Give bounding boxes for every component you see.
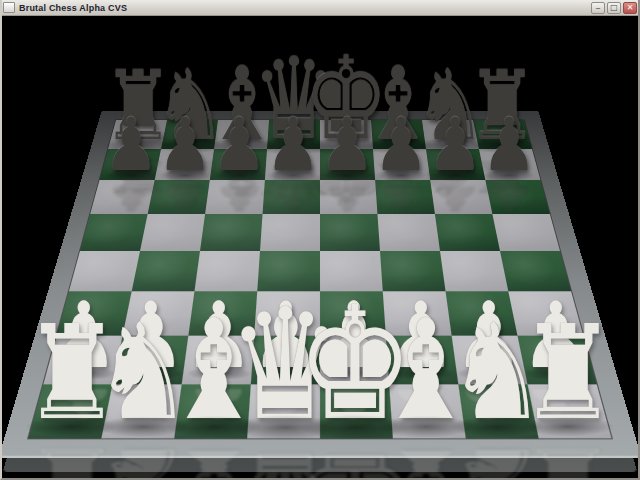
square-h7[interactable] bbox=[479, 149, 541, 180]
square-h5[interactable] bbox=[492, 214, 560, 251]
square-a6[interactable] bbox=[90, 180, 154, 214]
square-b6[interactable] bbox=[148, 180, 210, 214]
square-c2[interactable] bbox=[182, 336, 255, 385]
square-g7[interactable] bbox=[426, 149, 485, 180]
square-f7[interactable] bbox=[373, 149, 430, 180]
square-e2[interactable] bbox=[320, 336, 389, 385]
square-a2[interactable] bbox=[43, 336, 122, 385]
square-d5[interactable] bbox=[260, 214, 320, 251]
square-d6[interactable] bbox=[263, 180, 320, 214]
square-g4[interactable] bbox=[440, 251, 508, 291]
square-d3[interactable] bbox=[254, 291, 320, 335]
square-f4[interactable] bbox=[380, 251, 446, 291]
square-c3[interactable] bbox=[188, 291, 257, 335]
square-a7[interactable] bbox=[99, 149, 161, 180]
square-d1[interactable] bbox=[247, 384, 320, 438]
square-c8[interactable] bbox=[214, 120, 269, 149]
titlebar[interactable]: Brutal Chess Alpha CVS _ □ ✕ bbox=[0, 0, 640, 16]
square-b3[interactable] bbox=[123, 291, 195, 335]
window: { "window": { "title": "Brutal Chess Alp… bbox=[0, 0, 640, 480]
window-controls: _ □ ✕ bbox=[591, 2, 637, 14]
square-h1[interactable] bbox=[528, 384, 612, 438]
square-f3[interactable] bbox=[383, 291, 452, 335]
square-c5[interactable] bbox=[200, 214, 263, 251]
square-f2[interactable] bbox=[386, 336, 459, 385]
square-e5[interactable] bbox=[320, 214, 380, 251]
square-g1[interactable] bbox=[458, 384, 538, 438]
square-e8[interactable] bbox=[320, 120, 373, 149]
board-scene bbox=[60, 0, 580, 480]
square-e1[interactable] bbox=[320, 384, 393, 438]
square-h4[interactable] bbox=[500, 251, 571, 291]
square-h6[interactable] bbox=[485, 180, 549, 214]
square-c1[interactable] bbox=[174, 384, 251, 438]
square-e4[interactable] bbox=[320, 251, 383, 291]
square-a3[interactable] bbox=[57, 291, 132, 335]
square-d4[interactable] bbox=[257, 251, 320, 291]
square-c7[interactable] bbox=[210, 149, 267, 180]
board-rim bbox=[0, 111, 640, 458]
square-a1[interactable] bbox=[28, 384, 112, 438]
square-c6[interactable] bbox=[205, 180, 265, 214]
square-d8[interactable] bbox=[267, 120, 320, 149]
square-b5[interactable] bbox=[140, 214, 205, 251]
square-a5[interactable] bbox=[80, 214, 148, 251]
square-g5[interactable] bbox=[435, 214, 500, 251]
square-a4[interactable] bbox=[69, 251, 140, 291]
square-e6[interactable] bbox=[320, 180, 377, 214]
close-button[interactable]: ✕ bbox=[623, 2, 637, 14]
square-g6[interactable] bbox=[430, 180, 492, 214]
window-icon[interactable] bbox=[3, 2, 15, 13]
square-f1[interactable] bbox=[389, 384, 466, 438]
square-h8[interactable] bbox=[473, 120, 532, 149]
square-f8[interactable] bbox=[371, 120, 426, 149]
minimize-button[interactable]: _ bbox=[591, 2, 605, 14]
window-title: Brutal Chess Alpha CVS bbox=[19, 3, 587, 13]
square-f6[interactable] bbox=[375, 180, 435, 214]
square-b8[interactable] bbox=[161, 120, 218, 149]
square-b7[interactable] bbox=[155, 149, 214, 180]
square-e7[interactable] bbox=[320, 149, 375, 180]
square-g2[interactable] bbox=[452, 336, 528, 385]
square-a8[interactable] bbox=[108, 120, 167, 149]
square-g8[interactable] bbox=[422, 120, 479, 149]
square-b4[interactable] bbox=[132, 251, 200, 291]
chess-board bbox=[28, 120, 611, 438]
square-b1[interactable] bbox=[101, 384, 181, 438]
square-h2[interactable] bbox=[517, 336, 596, 385]
square-c4[interactable] bbox=[194, 251, 260, 291]
square-d7[interactable] bbox=[265, 149, 320, 180]
square-b2[interactable] bbox=[112, 336, 188, 385]
square-h3[interactable] bbox=[508, 291, 583, 335]
maximize-button[interactable]: □ bbox=[607, 2, 621, 14]
square-e3[interactable] bbox=[320, 291, 386, 335]
square-d2[interactable] bbox=[251, 336, 320, 385]
square-f5[interactable] bbox=[377, 214, 440, 251]
square-g3[interactable] bbox=[446, 291, 518, 335]
